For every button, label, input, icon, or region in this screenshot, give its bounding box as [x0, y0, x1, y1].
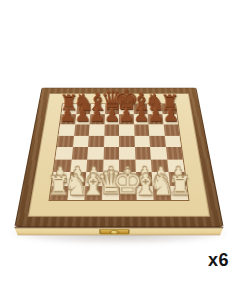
chess-piece-brown-bishop: ♝: [77, 89, 117, 113]
square-h2: ♟: [168, 172, 186, 186]
square-g7: ♟: [148, 114, 163, 124]
square-h3: [167, 159, 185, 172]
square-d1: ♛: [102, 186, 119, 200]
square-e8: ♚: [119, 104, 133, 114]
square-f5: [134, 135, 150, 147]
chess-piece-brown-knight: ♞: [63, 90, 103, 113]
square-e4: [119, 147, 135, 159]
square-d6: [104, 124, 119, 135]
box-front-face: [14, 227, 223, 235]
square-b8: ♞: [76, 104, 91, 114]
square-f3: [135, 159, 152, 172]
square-d2: ♟: [102, 172, 119, 186]
chess-piece-brown-bishop: ♝: [120, 89, 160, 113]
square-b2: ♟: [69, 172, 87, 186]
square-g2: ♟: [152, 172, 170, 186]
square-a7: ♟: [60, 114, 76, 124]
square-d4: [103, 147, 119, 159]
square-b4: [71, 147, 88, 159]
square-d3: [103, 159, 119, 172]
square-e5: [119, 135, 135, 147]
square-a6: [59, 124, 75, 135]
square-g6: [148, 124, 164, 135]
board-frame: ♜♞♝♛♚♝♞♜♟♟♟♟♟♟♟♟♟♟♟♟♟♟♟♟♜♞♝♛♚♝♞♜: [14, 88, 223, 228]
square-d5: [104, 135, 120, 147]
chess-piece-brown-king: ♚: [106, 86, 146, 114]
square-f6: [134, 124, 149, 135]
square-e7: ♟: [119, 114, 134, 124]
square-g5: [149, 135, 165, 147]
square-h1: ♜: [169, 186, 188, 200]
board-inner-border: ♜♞♝♛♚♝♞♜♟♟♟♟♟♟♟♟♟♟♟♟♟♟♟♟♜♞♝♛♚♝♞♜: [28, 94, 210, 217]
square-h8: ♜: [161, 104, 176, 114]
square-f4: [135, 147, 151, 159]
square-b5: [73, 135, 89, 147]
square-c5: [88, 135, 104, 147]
chess-piece-brown-knight: ♞: [135, 90, 175, 113]
product-photo-chess-set: ♜♞♝♛♚♝♞♜♟♟♟♟♟♟♟♟♟♟♟♟♟♟♟♟♜♞♝♛♚♝♞♜ x6: [0, 0, 236, 305]
square-c4: [87, 147, 103, 159]
square-h5: [164, 135, 181, 147]
square-g4: [150, 147, 167, 159]
square-b1: ♞: [67, 186, 85, 200]
square-h7: ♟: [162, 114, 178, 124]
square-g1: ♞: [153, 186, 171, 200]
chess-board: ♜♞♝♛♚♝♞♜♟♟♟♟♟♟♟♟♟♟♟♟♟♟♟♟♜♞♝♛♚♝♞♜: [14, 88, 223, 228]
square-h6: [163, 124, 179, 135]
square-a4: [55, 147, 72, 159]
chess-piece-white-king: ♚: [103, 166, 151, 199]
square-f7: ♟: [133, 114, 148, 124]
square-e2: ♟: [119, 172, 136, 186]
square-b3: [70, 159, 87, 172]
square-e1: ♚: [119, 186, 136, 200]
square-d7: ♟: [104, 114, 119, 124]
square-c1: ♝: [84, 186, 102, 200]
square-a3: [54, 159, 72, 172]
clasp-ring: [110, 230, 119, 234]
square-f1: ♝: [136, 186, 154, 200]
square-c8: ♝: [90, 104, 105, 114]
square-a1: ♜: [50, 186, 69, 200]
square-g8: ♞: [147, 104, 162, 114]
square-a5: [57, 135, 74, 147]
square-c6: [89, 124, 104, 135]
square-h4: [166, 147, 183, 159]
square-f8: ♝: [133, 104, 148, 114]
square-e6: [119, 124, 134, 135]
square-b7: ♟: [75, 114, 90, 124]
square-c2: ♟: [85, 172, 102, 186]
square-a2: ♟: [52, 172, 70, 186]
square-b6: [74, 124, 90, 135]
quantity-badge: x6: [208, 250, 229, 271]
square-a8: ♜: [62, 104, 77, 114]
square-e3: [119, 159, 135, 172]
chess-board-grid: ♜♞♝♛♚♝♞♜♟♟♟♟♟♟♟♟♟♟♟♟♟♟♟♟♜♞♝♛♚♝♞♜: [49, 103, 190, 201]
square-d8: ♛: [105, 104, 119, 114]
square-c3: [86, 159, 103, 172]
square-g3: [151, 159, 168, 172]
square-c7: ♟: [90, 114, 105, 124]
square-f2: ♟: [135, 172, 152, 186]
brass-clasp: [99, 229, 129, 234]
